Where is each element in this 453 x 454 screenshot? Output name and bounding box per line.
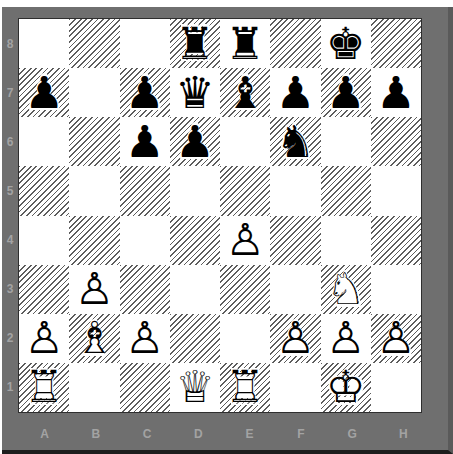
square-d6[interactable]: ♟♟	[170, 117, 220, 166]
piece-glyph: ♟	[120, 68, 170, 117]
square-b6[interactable]	[69, 117, 119, 166]
square-g2[interactable]: ♟♙	[321, 314, 371, 363]
square-g5[interactable]	[321, 166, 371, 215]
piece-white-bishop[interactable]: ♝♗	[69, 314, 119, 363]
piece-glyph: ♕	[170, 363, 220, 412]
square-b7[interactable]	[69, 68, 119, 117]
piece-glyph: ♖	[19, 363, 69, 412]
square-f2[interactable]: ♟♙	[270, 314, 320, 363]
chess-diagram: 87654321 ABCDEFGH ♜♜♜♜♚♚♟♟♟♟♛♛♝♝♟♟♟♟♟♟♟♟…	[0, 0, 453, 454]
square-d4[interactable]	[170, 216, 220, 265]
square-f1[interactable]	[270, 363, 320, 412]
square-h5[interactable]	[371, 166, 421, 215]
square-g3[interactable]: ♞♘	[321, 265, 371, 314]
piece-black-rook[interactable]: ♜♜	[220, 19, 270, 68]
square-c8[interactable]	[120, 19, 170, 68]
square-b3[interactable]: ♟♙	[69, 265, 119, 314]
piece-glyph: ♟	[170, 117, 220, 166]
square-f3[interactable]	[270, 265, 320, 314]
square-h1[interactable]	[371, 363, 421, 412]
piece-glyph: ♙	[19, 314, 69, 363]
square-f4[interactable]	[270, 216, 320, 265]
square-d7[interactable]: ♛♛	[170, 68, 220, 117]
piece-black-pawn[interactable]: ♟♟	[321, 68, 371, 117]
square-c2[interactable]: ♟♙	[120, 314, 170, 363]
piece-glyph: ♟	[270, 68, 320, 117]
square-e3[interactable]	[220, 265, 270, 314]
square-e7[interactable]: ♝♝	[220, 68, 270, 117]
piece-white-knight[interactable]: ♞♘	[321, 265, 371, 314]
piece-white-pawn[interactable]: ♟♙	[120, 314, 170, 363]
square-a6[interactable]	[19, 117, 69, 166]
square-b4[interactable]	[69, 216, 119, 265]
rank-label-8: 8	[2, 19, 18, 68]
square-d3[interactable]	[170, 265, 220, 314]
piece-black-knight[interactable]: ♞♞	[270, 117, 320, 166]
file-label-c: C	[122, 421, 173, 447]
piece-glyph: ♙	[69, 265, 119, 314]
piece-black-pawn[interactable]: ♟♟	[371, 68, 421, 117]
file-label-h: H	[378, 421, 429, 447]
square-c5[interactable]	[120, 166, 170, 215]
file-label-b: B	[70, 421, 121, 447]
square-g1[interactable]: ♚♔	[321, 363, 371, 412]
piece-white-pawn[interactable]: ♟♙	[69, 265, 119, 314]
square-d8[interactable]: ♜♜	[170, 19, 220, 68]
piece-glyph: ♖	[220, 363, 270, 412]
square-a8[interactable]	[19, 19, 69, 68]
square-c3[interactable]	[120, 265, 170, 314]
piece-white-pawn[interactable]: ♟♙	[270, 314, 320, 363]
square-a5[interactable]	[19, 166, 69, 215]
rank-label-7: 7	[2, 68, 18, 117]
piece-black-pawn[interactable]: ♟♟	[19, 68, 69, 117]
square-a1[interactable]: ♜♖	[19, 363, 69, 412]
rank-label-3: 3	[2, 265, 18, 314]
square-g4[interactable]	[321, 216, 371, 265]
piece-white-pawn[interactable]: ♟♙	[220, 216, 270, 265]
square-e6[interactable]	[220, 117, 270, 166]
piece-black-pawn[interactable]: ♟♟	[120, 68, 170, 117]
piece-glyph: ♔	[321, 363, 371, 412]
square-a2[interactable]: ♟♙	[19, 314, 69, 363]
piece-white-queen[interactable]: ♛♕	[170, 363, 220, 412]
square-c7[interactable]: ♟♟	[120, 68, 170, 117]
piece-glyph: ♗	[69, 314, 119, 363]
square-c1[interactable]	[120, 363, 170, 412]
piece-black-pawn[interactable]: ♟♟	[270, 68, 320, 117]
file-label-f: F	[275, 421, 326, 447]
piece-glyph: ♟	[371, 68, 421, 117]
file-label-g: G	[327, 421, 378, 447]
square-h6[interactable]	[371, 117, 421, 166]
piece-glyph: ♜	[170, 19, 220, 68]
piece-glyph: ♘	[321, 265, 371, 314]
square-d5[interactable]	[170, 166, 220, 215]
square-a4[interactable]	[19, 216, 69, 265]
square-e1[interactable]: ♜♖	[220, 363, 270, 412]
file-label-a: A	[19, 421, 70, 447]
square-h3[interactable]	[371, 265, 421, 314]
square-e8[interactable]: ♜♜	[220, 19, 270, 68]
rank-label-2: 2	[2, 314, 18, 363]
square-d1[interactable]: ♛♕	[170, 363, 220, 412]
piece-glyph: ♙	[220, 216, 270, 265]
file-label-d: D	[173, 421, 224, 447]
piece-glyph: ♟	[19, 68, 69, 117]
rank-label-1: 1	[2, 363, 18, 412]
piece-glyph: ♝	[220, 68, 270, 117]
piece-black-bishop[interactable]: ♝♝	[220, 68, 270, 117]
piece-white-pawn[interactable]: ♟♙	[19, 314, 69, 363]
square-e2[interactable]	[220, 314, 270, 363]
file-labels: ABCDEFGH	[19, 421, 429, 447]
square-h8[interactable]	[371, 19, 421, 68]
square-a3[interactable]	[19, 265, 69, 314]
piece-glyph: ♙	[321, 314, 371, 363]
square-e5[interactable]	[220, 166, 270, 215]
square-h2[interactable]: ♟♙	[371, 314, 421, 363]
square-b5[interactable]	[69, 166, 119, 215]
square-e4[interactable]: ♟♙	[220, 216, 270, 265]
rank-label-6: 6	[2, 117, 18, 166]
rank-labels: 87654321	[2, 19, 18, 412]
square-g6[interactable]	[321, 117, 371, 166]
rank-label-5: 5	[2, 166, 18, 215]
piece-black-pawn[interactable]: ♟♟	[170, 117, 220, 166]
piece-glyph: ♚	[321, 19, 371, 68]
square-f7[interactable]: ♟♟	[270, 68, 320, 117]
piece-glyph: ♙	[120, 314, 170, 363]
square-b1[interactable]	[69, 363, 119, 412]
square-h7[interactable]: ♟♟	[371, 68, 421, 117]
piece-black-rook[interactable]: ♜♜	[170, 19, 220, 68]
piece-glyph: ♜	[220, 19, 270, 68]
square-g8[interactable]: ♚♚	[321, 19, 371, 68]
square-f6[interactable]: ♞♞	[270, 117, 320, 166]
square-a7[interactable]: ♟♟	[19, 68, 69, 117]
square-h4[interactable]	[371, 216, 421, 265]
piece-white-king[interactable]: ♚♔	[321, 363, 371, 412]
square-b2[interactable]: ♝♗	[69, 314, 119, 363]
square-g7[interactable]: ♟♟	[321, 68, 371, 117]
board: ♜♜♜♜♚♚♟♟♟♟♛♛♝♝♟♟♟♟♟♟♟♟♟♟♞♞♟♙♟♙♞♘♟♙♝♗♟♙♟♙…	[18, 18, 422, 413]
piece-black-queen[interactable]: ♛♛	[170, 68, 220, 117]
piece-glyph: ♙	[270, 314, 320, 363]
rank-label-4: 4	[2, 216, 18, 265]
piece-glyph: ♙	[371, 314, 421, 363]
piece-glyph: ♟	[120, 117, 170, 166]
piece-white-rook[interactable]: ♜♖	[220, 363, 270, 412]
square-c4[interactable]	[120, 216, 170, 265]
piece-white-pawn[interactable]: ♟♙	[371, 314, 421, 363]
piece-white-pawn[interactable]: ♟♙	[321, 314, 371, 363]
file-label-e: E	[224, 421, 275, 447]
piece-glyph: ♛	[170, 68, 220, 117]
square-f5[interactable]	[270, 166, 320, 215]
piece-black-king[interactable]: ♚♚	[321, 19, 371, 68]
piece-glyph: ♞	[270, 117, 320, 166]
piece-black-pawn[interactable]: ♟♟	[120, 117, 170, 166]
square-f8[interactable]	[270, 19, 320, 68]
square-d2[interactable]	[170, 314, 220, 363]
piece-white-rook[interactable]: ♜♖	[19, 363, 69, 412]
square-b8[interactable]	[69, 19, 119, 68]
piece-glyph: ♟	[321, 68, 371, 117]
square-c6[interactable]: ♟♟	[120, 117, 170, 166]
